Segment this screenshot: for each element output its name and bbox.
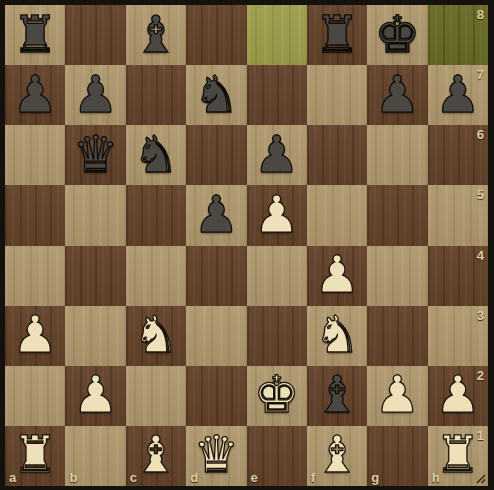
white-rook[interactable]: ♜ — [12, 429, 58, 480]
square-f7[interactable] — [307, 65, 367, 125]
rank-label-6: 6 — [477, 127, 484, 142]
file-label-e: e — [251, 470, 258, 485]
chess-board[interactable]: ♜♝♜♚8♟♟♞♟7♟♛♞♟6♟♟5♟4♟♞♞3♟♚♝♟2♟a♜bc♝d♛ef♝… — [5, 5, 488, 486]
chess-board-frame: ♜♝♜♚8♟♟♞♟7♟♛♞♟6♟♟5♟4♟♞♞3♟♚♝♟2♟a♜bc♝d♛ef♝… — [0, 0, 494, 490]
square-b5[interactable] — [65, 185, 125, 245]
square-b1[interactable]: b — [65, 426, 125, 486]
square-b3[interactable] — [65, 306, 125, 366]
square-g4[interactable] — [367, 246, 427, 306]
square-d6[interactable] — [186, 125, 246, 185]
square-f3[interactable]: ♞ — [307, 306, 367, 366]
white-pawn[interactable]: ♟ — [435, 369, 481, 420]
rank-label-4: 4 — [477, 248, 484, 263]
square-e1[interactable]: e — [247, 426, 307, 486]
square-h2[interactable]: 2♟ — [428, 366, 488, 426]
square-c6[interactable]: ♞ — [126, 125, 186, 185]
white-pawn[interactable]: ♟ — [254, 189, 300, 240]
square-d4[interactable] — [186, 246, 246, 306]
black-queen[interactable]: ♛ — [73, 129, 119, 180]
black-pawn[interactable]: ♟ — [193, 189, 239, 240]
white-pawn[interactable]: ♟ — [314, 249, 360, 300]
black-rook[interactable]: ♜ — [314, 9, 360, 60]
black-knight[interactable]: ♞ — [193, 69, 239, 120]
square-f1[interactable]: f♝ — [307, 426, 367, 486]
square-d1[interactable]: d♛ — [186, 426, 246, 486]
square-d2[interactable] — [186, 366, 246, 426]
square-h4[interactable]: 4 — [428, 246, 488, 306]
file-label-b: b — [69, 470, 77, 485]
rank-label-5: 5 — [477, 187, 484, 202]
square-c2[interactable] — [126, 366, 186, 426]
black-pawn[interactable]: ♟ — [435, 69, 481, 120]
square-b2[interactable]: ♟ — [65, 366, 125, 426]
square-a2[interactable] — [5, 366, 65, 426]
white-queen[interactable]: ♛ — [193, 429, 239, 480]
square-h3[interactable]: 3 — [428, 306, 488, 366]
square-h8[interactable]: 8 — [428, 5, 488, 65]
white-pawn[interactable]: ♟ — [375, 369, 421, 420]
square-a4[interactable] — [5, 246, 65, 306]
black-pawn[interactable]: ♟ — [254, 129, 300, 180]
square-f4[interactable]: ♟ — [307, 246, 367, 306]
square-h7[interactable]: 7♟ — [428, 65, 488, 125]
black-rook[interactable]: ♜ — [12, 9, 58, 60]
square-c5[interactable] — [126, 185, 186, 245]
resize-grip-icon[interactable] — [472, 470, 486, 484]
square-e4[interactable] — [247, 246, 307, 306]
rank-label-3: 3 — [477, 308, 484, 323]
square-c1[interactable]: c♝ — [126, 426, 186, 486]
square-f6[interactable] — [307, 125, 367, 185]
black-pawn[interactable]: ♟ — [73, 69, 119, 120]
square-e8[interactable] — [247, 5, 307, 65]
square-a8[interactable]: ♜ — [5, 5, 65, 65]
square-e2[interactable]: ♚ — [247, 366, 307, 426]
square-a3[interactable]: ♟ — [5, 306, 65, 366]
square-f2[interactable]: ♝ — [307, 366, 367, 426]
white-bishop[interactable]: ♝ — [314, 429, 360, 480]
square-e3[interactable] — [247, 306, 307, 366]
square-h5[interactable]: 5 — [428, 185, 488, 245]
black-pawn[interactable]: ♟ — [12, 69, 58, 120]
black-bishop[interactable]: ♝ — [133, 9, 179, 60]
square-h6[interactable]: 6 — [428, 125, 488, 185]
square-d8[interactable] — [186, 5, 246, 65]
black-bishop[interactable]: ♝ — [314, 369, 360, 420]
square-g5[interactable] — [367, 185, 427, 245]
square-e7[interactable] — [247, 65, 307, 125]
white-bishop[interactable]: ♝ — [133, 429, 179, 480]
square-g6[interactable] — [367, 125, 427, 185]
black-king[interactable]: ♚ — [375, 9, 421, 60]
square-b4[interactable] — [65, 246, 125, 306]
white-knight[interactable]: ♞ — [133, 309, 179, 360]
square-b8[interactable] — [65, 5, 125, 65]
square-g1[interactable]: g — [367, 426, 427, 486]
white-pawn[interactable]: ♟ — [12, 309, 58, 360]
square-g3[interactable] — [367, 306, 427, 366]
square-a7[interactable]: ♟ — [5, 65, 65, 125]
square-c8[interactable]: ♝ — [126, 5, 186, 65]
square-a5[interactable] — [5, 185, 65, 245]
square-e5[interactable]: ♟ — [247, 185, 307, 245]
square-c7[interactable] — [126, 65, 186, 125]
rank-label-8: 8 — [477, 7, 484, 22]
white-knight[interactable]: ♞ — [314, 309, 360, 360]
square-c4[interactable] — [126, 246, 186, 306]
square-e6[interactable]: ♟ — [247, 125, 307, 185]
square-b6[interactable]: ♛ — [65, 125, 125, 185]
black-pawn[interactable]: ♟ — [375, 69, 421, 120]
square-d7[interactable]: ♞ — [186, 65, 246, 125]
square-f5[interactable] — [307, 185, 367, 245]
square-g7[interactable]: ♟ — [367, 65, 427, 125]
square-a6[interactable] — [5, 125, 65, 185]
square-g2[interactable]: ♟ — [367, 366, 427, 426]
black-knight[interactable]: ♞ — [133, 129, 179, 180]
square-d5[interactable]: ♟ — [186, 185, 246, 245]
white-pawn[interactable]: ♟ — [73, 369, 119, 420]
square-a1[interactable]: a♜ — [5, 426, 65, 486]
square-d3[interactable] — [186, 306, 246, 366]
square-g8[interactable]: ♚ — [367, 5, 427, 65]
square-f8[interactable]: ♜ — [307, 5, 367, 65]
square-b7[interactable]: ♟ — [65, 65, 125, 125]
file-label-g: g — [371, 470, 379, 485]
square-c3[interactable]: ♞ — [126, 306, 186, 366]
white-king[interactable]: ♚ — [254, 369, 300, 420]
